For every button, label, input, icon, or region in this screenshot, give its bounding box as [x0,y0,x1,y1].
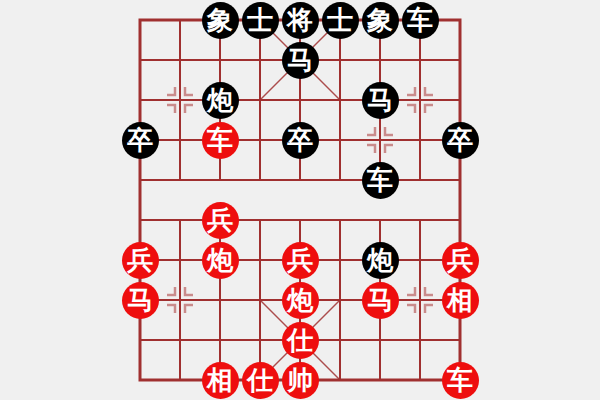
black-pawn[interactable]: 卒 [122,122,159,159]
black-advisor[interactable]: 士 [322,2,359,39]
black-elephant[interactable]: 象 [202,2,239,39]
red-cannon[interactable]: 炮 [282,282,319,319]
red-horse[interactable]: 马 [122,282,159,319]
red-cannon[interactable]: 炮 [202,242,239,279]
black-advisor[interactable]: 士 [242,2,279,39]
red-advisor[interactable]: 仕 [242,362,279,399]
red-pawn[interactable]: 兵 [122,242,159,279]
red-horse[interactable]: 马 [362,282,399,319]
black-general[interactable]: 将 [282,2,319,39]
black-chariot[interactable]: 车 [362,162,399,199]
black-horse[interactable]: 马 [282,42,319,79]
black-elephant[interactable]: 象 [362,2,399,39]
board-intersections[interactable]: 象士将士象车马炮马卒车卒卒车兵兵炮兵炮兵马炮马相仕相仕帅车 [120,0,480,400]
black-horse[interactable]: 马 [362,82,399,119]
red-pawn[interactable]: 兵 [282,242,319,279]
black-cannon[interactable]: 炮 [362,242,399,279]
black-pawn[interactable]: 卒 [442,122,479,159]
red-advisor[interactable]: 仕 [282,322,319,359]
red-elephant[interactable]: 相 [202,362,239,399]
red-chariot[interactable]: 车 [202,122,239,159]
black-chariot[interactable]: 车 [402,2,439,39]
black-pawn[interactable]: 卒 [282,122,319,159]
xiangqi-board: 象士将士象车马炮马卒车卒卒车兵兵炮兵炮兵马炮马相仕相仕帅车 [0,0,600,400]
black-cannon[interactable]: 炮 [202,82,239,119]
red-elephant[interactable]: 相 [442,282,479,319]
red-general[interactable]: 帅 [282,362,319,399]
red-chariot[interactable]: 车 [442,362,479,399]
red-pawn[interactable]: 兵 [442,242,479,279]
red-pawn[interactable]: 兵 [202,202,239,239]
